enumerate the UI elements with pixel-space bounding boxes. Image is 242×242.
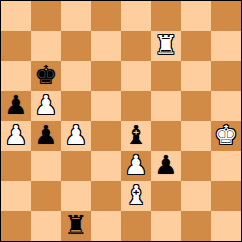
square-h1[interactable] [211, 211, 241, 241]
square-d4[interactable] [91, 121, 121, 151]
square-h8[interactable] [211, 1, 241, 31]
square-d7[interactable] [91, 31, 121, 61]
square-b2[interactable] [31, 181, 61, 211]
square-h5[interactable] [211, 91, 241, 121]
square-g1[interactable] [181, 211, 211, 241]
square-c5[interactable] [61, 91, 91, 121]
square-f2[interactable] [151, 181, 181, 211]
chess-board: ♜♚♟♟♟♟♟♝♚♟♟♝♜ [0, 0, 242, 242]
square-d8[interactable] [91, 1, 121, 31]
square-e3[interactable]: ♟ [121, 151, 151, 181]
square-h6[interactable] [211, 61, 241, 91]
square-b8[interactable] [31, 1, 61, 31]
black-pawn[interactable]: ♟ [151, 151, 181, 181]
square-b6[interactable]: ♚ [31, 61, 61, 91]
square-h3[interactable] [211, 151, 241, 181]
square-c2[interactable] [61, 181, 91, 211]
square-d6[interactable] [91, 61, 121, 91]
square-g5[interactable] [181, 91, 211, 121]
square-h7[interactable] [211, 31, 241, 61]
black-pawn[interactable]: ♟ [1, 91, 31, 121]
square-h2[interactable] [211, 181, 241, 211]
square-h4[interactable]: ♚ [211, 121, 241, 151]
square-a6[interactable] [1, 61, 31, 91]
square-g4[interactable] [181, 121, 211, 151]
square-f8[interactable] [151, 1, 181, 31]
square-e4[interactable]: ♝ [121, 121, 151, 151]
square-a2[interactable] [1, 181, 31, 211]
black-rook[interactable]: ♜ [61, 211, 91, 241]
white-pawn[interactable]: ♟ [1, 121, 31, 151]
square-b5[interactable]: ♟ [31, 91, 61, 121]
white-pawn[interactable]: ♟ [31, 91, 61, 121]
square-c7[interactable] [61, 31, 91, 61]
square-c4[interactable]: ♟ [61, 121, 91, 151]
square-g7[interactable] [181, 31, 211, 61]
square-f5[interactable] [151, 91, 181, 121]
square-f4[interactable] [151, 121, 181, 151]
white-pawn[interactable]: ♟ [61, 121, 91, 151]
square-d2[interactable] [91, 181, 121, 211]
square-a5[interactable]: ♟ [1, 91, 31, 121]
square-a8[interactable] [1, 1, 31, 31]
square-f1[interactable] [151, 211, 181, 241]
square-g8[interactable] [181, 1, 211, 31]
square-e5[interactable] [121, 91, 151, 121]
square-b7[interactable] [31, 31, 61, 61]
white-bishop[interactable]: ♝ [121, 181, 151, 211]
white-pawn[interactable]: ♟ [121, 151, 151, 181]
black-king[interactable]: ♚ [31, 61, 61, 91]
square-e6[interactable] [121, 61, 151, 91]
square-d5[interactable] [91, 91, 121, 121]
square-g6[interactable] [181, 61, 211, 91]
square-e7[interactable] [121, 31, 151, 61]
square-c8[interactable] [61, 1, 91, 31]
square-c3[interactable] [61, 151, 91, 181]
square-b3[interactable] [31, 151, 61, 181]
black-bishop[interactable]: ♝ [121, 121, 151, 151]
square-f7[interactable]: ♜ [151, 31, 181, 61]
white-rook[interactable]: ♜ [151, 31, 181, 61]
square-g3[interactable] [181, 151, 211, 181]
square-d3[interactable] [91, 151, 121, 181]
square-d1[interactable] [91, 211, 121, 241]
square-e2[interactable]: ♝ [121, 181, 151, 211]
square-a3[interactable] [1, 151, 31, 181]
square-g2[interactable] [181, 181, 211, 211]
square-f6[interactable] [151, 61, 181, 91]
square-a1[interactable] [1, 211, 31, 241]
square-e8[interactable] [121, 1, 151, 31]
square-c1[interactable]: ♜ [61, 211, 91, 241]
square-c6[interactable] [61, 61, 91, 91]
square-a7[interactable] [1, 31, 31, 61]
square-b1[interactable] [31, 211, 61, 241]
square-f3[interactable]: ♟ [151, 151, 181, 181]
white-king[interactable]: ♚ [211, 121, 241, 151]
square-e1[interactable] [121, 211, 151, 241]
square-b4[interactable]: ♟ [31, 121, 61, 151]
black-pawn[interactable]: ♟ [31, 121, 61, 151]
square-a4[interactable]: ♟ [1, 121, 31, 151]
